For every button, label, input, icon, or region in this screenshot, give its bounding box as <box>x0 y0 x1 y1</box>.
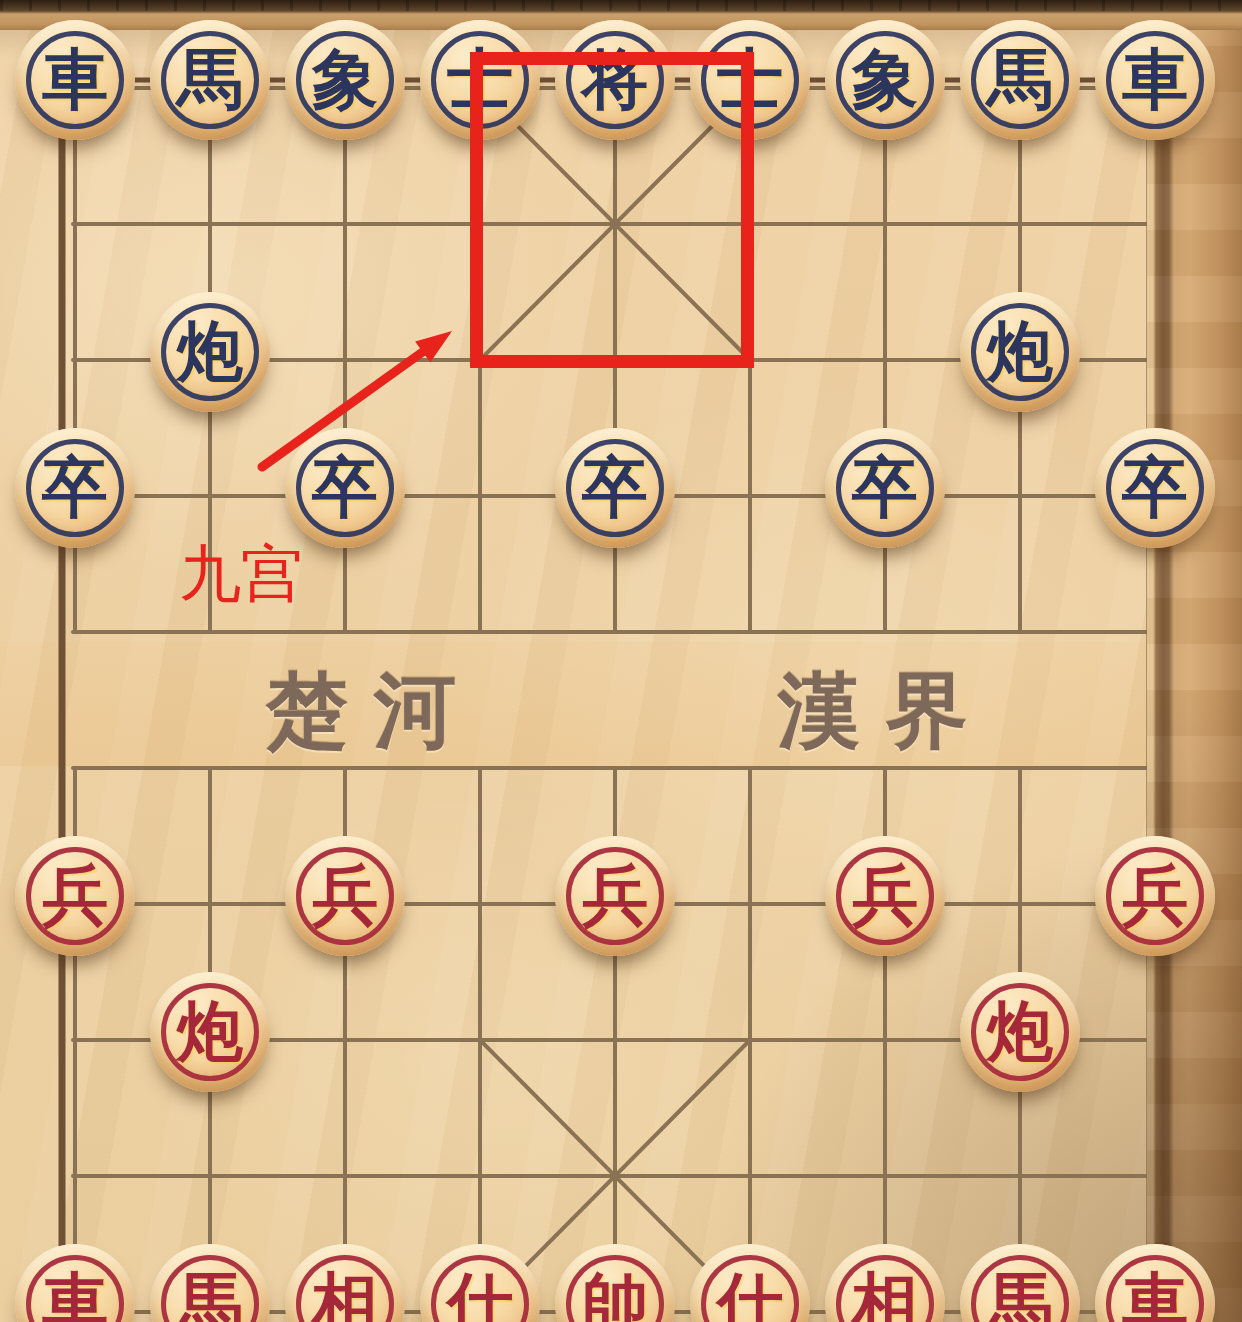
xiangqi-tutorial-screenshot: 楚河 漢界 車馬象士将士象馬車炮炮卒卒卒卒卒兵兵兵兵兵炮炮車馬相仕帥仕相馬車 九… <box>0 0 1242 1322</box>
palace-highlight-square <box>477 59 748 362</box>
annotation-overlay <box>0 0 1242 1322</box>
palace-annotation-label: 九宫 <box>179 532 303 616</box>
